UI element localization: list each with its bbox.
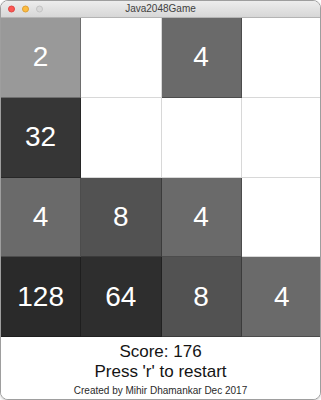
- cell-r3c2: 8: [162, 257, 242, 337]
- cell-r3c3: 4: [242, 257, 321, 337]
- cell-r1c2: [162, 98, 242, 178]
- game-board: 2 4 32 4 8 4 128 64 8 4: [1, 18, 321, 337]
- credit-text: Created by Mihir Dhamankar Dec 2017: [1, 384, 320, 397]
- cell-r2c0: 4: [1, 178, 81, 258]
- restart-hint: Press 'r' to restart: [1, 362, 320, 382]
- cell-r0c3: [242, 18, 321, 98]
- window-title: Java2048Game: [1, 1, 320, 17]
- cell-r1c1: [81, 98, 161, 178]
- cell-r2c3: [242, 178, 321, 258]
- title-bar[interactable]: Java2048Game: [1, 1, 320, 18]
- cell-r1c3: [242, 98, 321, 178]
- close-button[interactable]: [8, 6, 15, 13]
- cell-r1c0: 32: [1, 98, 81, 178]
- cell-r3c1: 64: [81, 257, 161, 337]
- minimize-button[interactable]: [22, 6, 29, 13]
- cell-r0c0: 2: [1, 18, 81, 98]
- cell-r3c0: 128: [1, 257, 81, 337]
- app-window: Java2048Game 2 4 32 4 8 4 128 64 8 4 Sco…: [0, 0, 321, 400]
- traffic-lights: [8, 6, 43, 13]
- cell-r2c2: 4: [162, 178, 242, 258]
- status-area: Score: 176 Press 'r' to restart Created …: [1, 337, 320, 400]
- cell-r0c1: [81, 18, 161, 98]
- cell-r0c2: 4: [162, 18, 242, 98]
- zoom-button[interactable]: [36, 6, 43, 13]
- score-text: Score: 176: [1, 342, 320, 362]
- cell-r2c1: 8: [81, 178, 161, 258]
